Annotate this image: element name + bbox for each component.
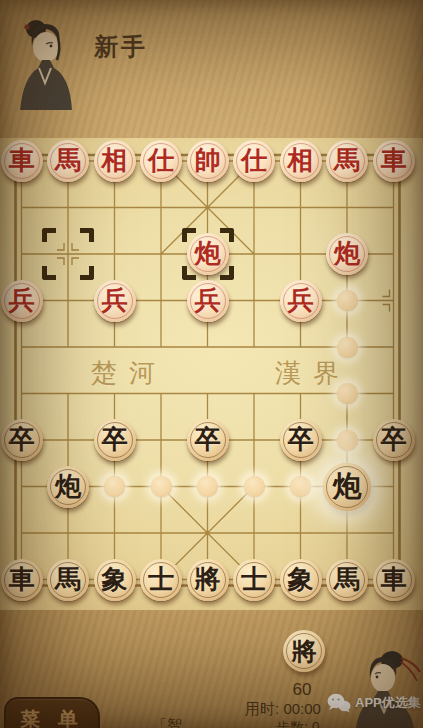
- piece-black-horse[interactable]: 馬: [326, 559, 368, 601]
- piece-red-general[interactable]: 帥: [187, 140, 229, 182]
- countdown-timer: 60: [272, 680, 332, 700]
- piece-black-soldier[interactable]: 卒: [373, 419, 415, 461]
- piece-red-advisor[interactable]: 仕: [140, 140, 182, 182]
- piece-black-advisor[interactable]: 士: [140, 559, 182, 601]
- piece-red-elephant[interactable]: 相: [280, 140, 322, 182]
- opponent-name: 新手: [94, 31, 148, 63]
- game-screen: 新手 楚河 漢界 車馬相仕帥仕相馬車炮炮兵兵兵兵卒卒卒卒卒炮炮車馬象士將士象馬車…: [0, 0, 423, 728]
- menu-button[interactable]: 菜 单: [4, 697, 100, 728]
- clipped-text-right: 步数: 0: [276, 719, 320, 728]
- move-dot[interactable]: [290, 476, 311, 497]
- piece-red-cannon[interactable]: 炮: [187, 233, 229, 275]
- piece-black-chariot[interactable]: 車: [1, 559, 43, 601]
- move-dot[interactable]: [197, 476, 218, 497]
- piece-black-soldier[interactable]: 卒: [94, 419, 136, 461]
- move-dot[interactable]: [151, 476, 172, 497]
- piece-black-soldier[interactable]: 卒: [187, 419, 229, 461]
- piece-black-general[interactable]: 將: [187, 559, 229, 601]
- xiangqi-board[interactable]: 楚河 漢界 車馬相仕帥仕相馬車炮炮兵兵兵兵卒卒卒卒卒炮炮車馬象士將士象馬車: [0, 138, 423, 610]
- piece-black-soldier[interactable]: 卒: [1, 419, 43, 461]
- piece-red-soldier[interactable]: 兵: [1, 280, 43, 322]
- clipped-text-left: 「智: [152, 716, 182, 728]
- watermark: APP优选集: [327, 693, 421, 713]
- piece-red-soldier[interactable]: 兵: [187, 280, 229, 322]
- piece-red-soldier[interactable]: 兵: [94, 280, 136, 322]
- piece-black-chariot[interactable]: 車: [373, 559, 415, 601]
- chat-bubble-icon: [327, 693, 351, 713]
- piece-red-advisor[interactable]: 仕: [233, 140, 275, 182]
- turn-indicator-piece: 將: [283, 630, 325, 672]
- piece-red-chariot[interactable]: 車: [373, 140, 415, 182]
- move-dot[interactable]: [337, 383, 358, 404]
- move-dot[interactable]: [244, 476, 265, 497]
- move-dot[interactable]: [337, 430, 358, 451]
- move-dot[interactable]: [337, 337, 358, 358]
- piece-red-horse[interactable]: 馬: [47, 140, 89, 182]
- piece-red-elephant[interactable]: 相: [94, 140, 136, 182]
- river-label-left: 楚河: [74, 356, 184, 391]
- piece-red-chariot[interactable]: 車: [1, 140, 43, 182]
- piece-red-horse[interactable]: 馬: [326, 140, 368, 182]
- player-avatar: [344, 648, 423, 728]
- piece-red-soldier[interactable]: 兵: [280, 280, 322, 322]
- piece-red-cannon[interactable]: 炮: [326, 233, 368, 275]
- piece-black-advisor[interactable]: 士: [233, 559, 275, 601]
- piece-black-horse[interactable]: 馬: [47, 559, 89, 601]
- piece-black-cannon[interactable]: 炮: [47, 466, 89, 508]
- opponent-avatar: [12, 16, 76, 110]
- move-dot[interactable]: [337, 290, 358, 311]
- piece-black-soldier[interactable]: 卒: [280, 419, 322, 461]
- piece-black-elephant[interactable]: 象: [94, 559, 136, 601]
- move-dot[interactable]: [104, 476, 125, 497]
- piece-black-cannon[interactable]: 炮: [323, 463, 371, 511]
- watermark-text: APP优选集: [355, 694, 421, 712]
- piece-black-elephant[interactable]: 象: [280, 559, 322, 601]
